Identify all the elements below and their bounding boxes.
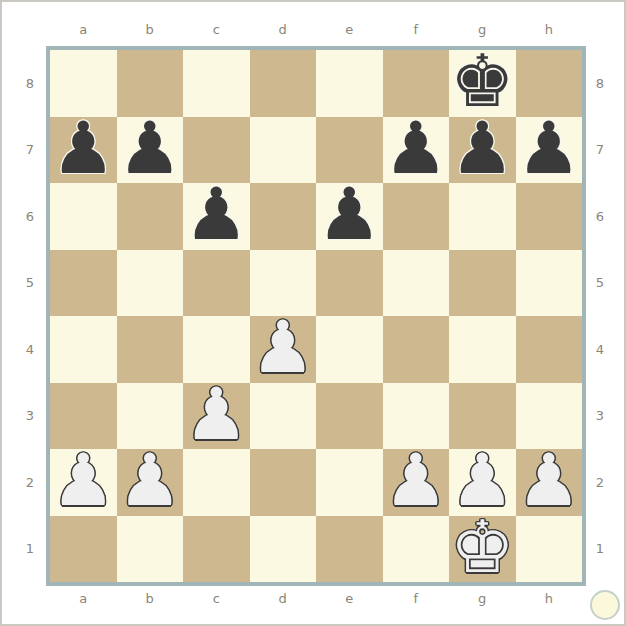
square-g6[interactable] [449,183,516,250]
square-d6[interactable] [250,183,317,250]
square-e1[interactable] [316,516,383,583]
square-h5[interactable] [516,250,583,317]
rank-label-left-6: 6 [19,183,41,250]
black-pawn-e6[interactable]: ♟ [317,181,382,248]
square-c1[interactable] [183,516,250,583]
black-pawn-h7[interactable]: ♟ [516,115,581,182]
square-h7[interactable]: ♟ [516,117,583,184]
rank-label-right-4: 4 [589,316,611,383]
white-pawn-b2[interactable]: ♟ [117,447,182,514]
square-g5[interactable] [449,250,516,317]
rank-label-left-3: 3 [19,383,41,450]
square-e5[interactable] [316,250,383,317]
square-d1[interactable] [250,516,317,583]
square-d3[interactable] [250,383,317,450]
file-label-top-f: f [383,18,450,40]
file-label-bottom-g: g [449,587,516,609]
square-c6[interactable]: ♟ [183,183,250,250]
rank-label-left-5: 5 [19,250,41,317]
file-labels-bottom: abcdefgh [50,587,582,609]
square-e4[interactable] [316,316,383,383]
rank-label-right-2: 2 [589,449,611,516]
square-h1[interactable] [516,516,583,583]
square-h4[interactable] [516,316,583,383]
rank-label-right-1: 1 [589,516,611,583]
square-d7[interactable] [250,117,317,184]
white-pawn-c3[interactable]: ♟ [184,381,249,448]
square-f4[interactable] [383,316,450,383]
square-b1[interactable] [117,516,184,583]
square-d8[interactable] [250,50,317,117]
square-a4[interactable] [50,316,117,383]
rank-label-right-7: 7 [589,117,611,184]
square-e3[interactable] [316,383,383,450]
square-f5[interactable] [383,250,450,317]
square-b6[interactable] [117,183,184,250]
file-label-bottom-c: c [183,587,250,609]
black-pawn-g7[interactable]: ♟ [450,115,515,182]
file-label-bottom-a: a [50,587,117,609]
file-label-top-b: b [117,18,184,40]
file-label-bottom-d: d [250,587,317,609]
square-d4[interactable]: ♟ [250,316,317,383]
square-f6[interactable] [383,183,450,250]
white-pawn-a2[interactable]: ♟ [51,447,116,514]
rank-label-left-8: 8 [19,50,41,117]
file-label-top-d: d [250,18,317,40]
square-a6[interactable] [50,183,117,250]
chess-board: ♚♟♟♟♟♟♟♟♟♟♟♟♟♟♟♚ [46,46,586,586]
file-label-top-e: e [316,18,383,40]
white-pawn-f2[interactable]: ♟ [383,447,448,514]
rank-label-right-6: 6 [589,183,611,250]
square-e6[interactable]: ♟ [316,183,383,250]
square-e2[interactable] [316,449,383,516]
black-pawn-c6[interactable]: ♟ [184,181,249,248]
square-g4[interactable] [449,316,516,383]
square-b7[interactable]: ♟ [117,117,184,184]
square-f7[interactable]: ♟ [383,117,450,184]
black-pawn-b7[interactable]: ♟ [117,115,182,182]
rank-labels-right: 87654321 [589,50,611,582]
square-g1[interactable]: ♚ [449,516,516,583]
square-b4[interactable] [117,316,184,383]
file-label-top-g: g [449,18,516,40]
file-label-top-h: h [516,18,583,40]
square-h2[interactable]: ♟ [516,449,583,516]
square-a2[interactable]: ♟ [50,449,117,516]
square-a1[interactable] [50,516,117,583]
file-label-top-a: a [50,18,117,40]
white-pawn-h2[interactable]: ♟ [516,447,581,514]
file-label-bottom-h: h [516,587,583,609]
black-pawn-a7[interactable]: ♟ [51,115,116,182]
turn-indicator-circle [590,590,620,620]
white-pawn-d4[interactable]: ♟ [250,314,315,381]
square-a5[interactable] [50,250,117,317]
white-king-g1[interactable]: ♚ [450,514,515,581]
square-c2[interactable] [183,449,250,516]
square-b2[interactable]: ♟ [117,449,184,516]
rank-label-left-4: 4 [19,316,41,383]
file-label-bottom-e: e [316,587,383,609]
square-c5[interactable] [183,250,250,317]
square-e8[interactable] [316,50,383,117]
black-pawn-f7[interactable]: ♟ [383,115,448,182]
file-label-bottom-f: f [383,587,450,609]
square-f1[interactable] [383,516,450,583]
rank-label-right-3: 3 [589,383,611,450]
square-g7[interactable]: ♟ [449,117,516,184]
file-labels-top: abcdefgh [50,18,582,40]
rank-label-right-8: 8 [589,50,611,117]
file-label-bottom-b: b [117,587,184,609]
square-a7[interactable]: ♟ [50,117,117,184]
diagram-frame: abcdefgh abcdefgh 87654321 87654321 ♚♟♟♟… [0,0,626,626]
square-b5[interactable] [117,250,184,317]
square-h6[interactable] [516,183,583,250]
square-c8[interactable] [183,50,250,117]
rank-label-right-5: 5 [589,250,611,317]
square-f2[interactable]: ♟ [383,449,450,516]
rank-labels-left: 87654321 [19,50,41,582]
rank-label-left-1: 1 [19,516,41,583]
square-d2[interactable] [250,449,317,516]
rank-label-left-2: 2 [19,449,41,516]
file-label-top-c: c [183,18,250,40]
square-c3[interactable]: ♟ [183,383,250,450]
rank-label-left-7: 7 [19,117,41,184]
